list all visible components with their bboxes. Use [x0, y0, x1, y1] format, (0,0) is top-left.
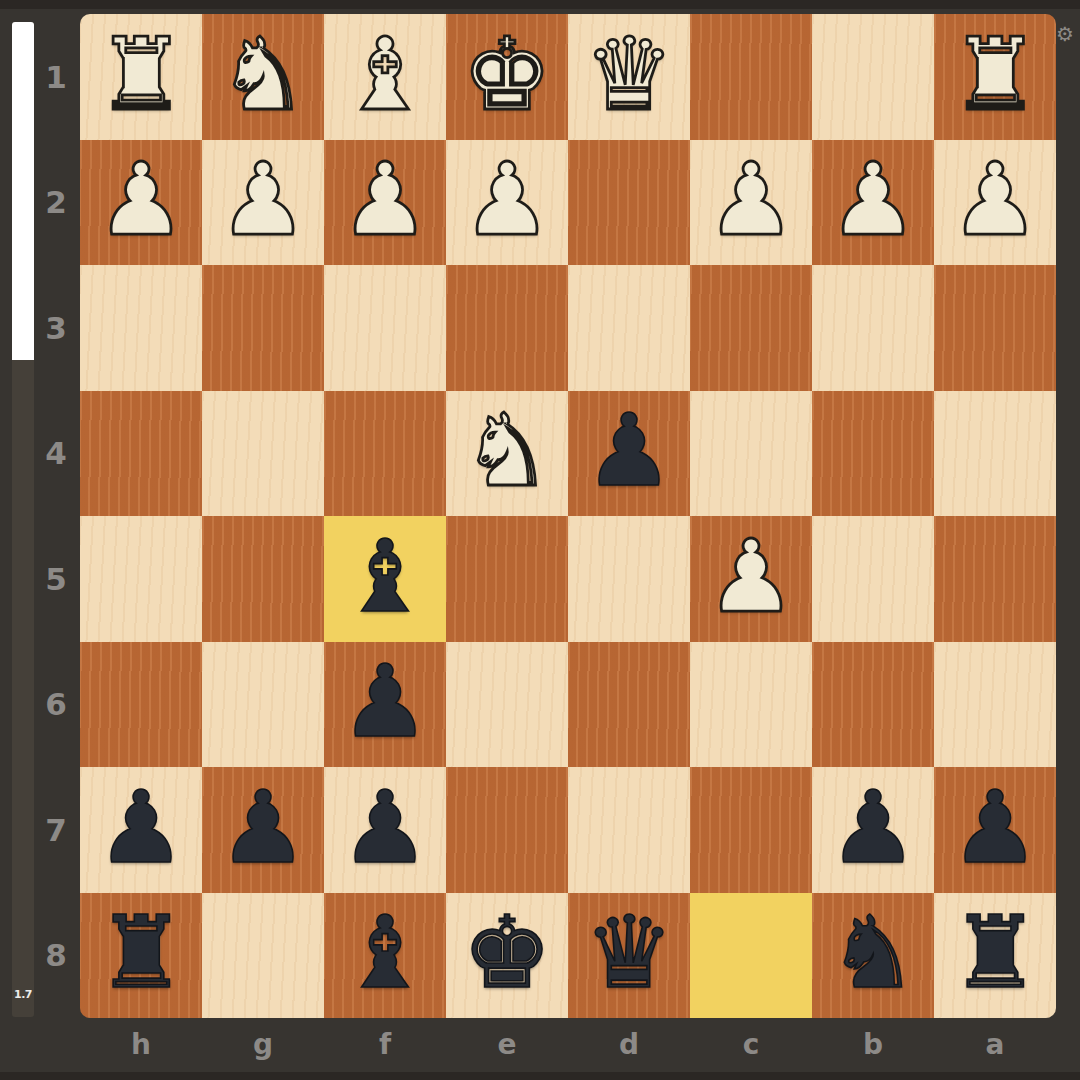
- square-b6[interactable]: [812, 642, 934, 768]
- top-strip: [0, 0, 1080, 9]
- square-c8[interactable]: [690, 893, 812, 1019]
- white-knight[interactable]: ♞: [218, 25, 308, 125]
- square-c5[interactable]: ♟: [690, 516, 812, 642]
- rank-label-8: 8: [36, 893, 76, 1019]
- square-g1[interactable]: ♞: [202, 14, 324, 140]
- rank-label-2: 2: [36, 140, 76, 266]
- evaluation-bar: [12, 22, 34, 1017]
- square-h8[interactable]: ♜: [80, 893, 202, 1019]
- square-c3[interactable]: [690, 265, 812, 391]
- white-knight[interactable]: ♞: [462, 401, 552, 501]
- square-e4[interactable]: ♞: [446, 391, 568, 517]
- evaluation-score: 1.7: [12, 988, 34, 1001]
- square-g5[interactable]: [202, 516, 324, 642]
- square-g3[interactable]: [202, 265, 324, 391]
- black-pawn[interactable]: ♟: [218, 778, 308, 878]
- square-a3[interactable]: [934, 265, 1056, 391]
- settings-gear-icon[interactable]: ⚙: [1056, 24, 1074, 44]
- square-b8[interactable]: ♞: [812, 893, 934, 1019]
- square-b5[interactable]: [812, 516, 934, 642]
- white-rook[interactable]: ♜: [950, 25, 1040, 125]
- square-g8[interactable]: [202, 893, 324, 1019]
- square-d4[interactable]: ♟: [568, 391, 690, 517]
- rank-label-5: 5: [36, 516, 76, 642]
- square-a5[interactable]: [934, 516, 1056, 642]
- square-f7[interactable]: ♟: [324, 767, 446, 893]
- rank-label-3: 3: [36, 265, 76, 391]
- square-d5[interactable]: [568, 516, 690, 642]
- square-h6[interactable]: [80, 642, 202, 768]
- square-f6[interactable]: ♟: [324, 642, 446, 768]
- square-e2[interactable]: ♟: [446, 140, 568, 266]
- square-f2[interactable]: ♟: [324, 140, 446, 266]
- square-c1[interactable]: [690, 14, 812, 140]
- square-h4[interactable]: [80, 391, 202, 517]
- file-label-f: f: [324, 1021, 446, 1067]
- square-h5[interactable]: [80, 516, 202, 642]
- file-label-h: h: [80, 1021, 202, 1067]
- rank-label-7: 7: [36, 767, 76, 893]
- square-a1[interactable]: ♜: [934, 14, 1056, 140]
- square-b7[interactable]: ♟: [812, 767, 934, 893]
- square-e3[interactable]: [446, 265, 568, 391]
- file-label-c: c: [690, 1021, 812, 1067]
- black-queen[interactable]: ♛: [584, 903, 674, 1003]
- square-d1[interactable]: ♛: [568, 14, 690, 140]
- black-bishop[interactable]: ♝: [340, 903, 430, 1003]
- rank-label-1: 1: [36, 14, 76, 140]
- white-king[interactable]: ♚: [462, 25, 552, 125]
- white-pawn[interactable]: ♟: [96, 150, 186, 250]
- square-d7[interactable]: [568, 767, 690, 893]
- square-g6[interactable]: [202, 642, 324, 768]
- file-label-g: g: [202, 1021, 324, 1067]
- square-f8[interactable]: ♝: [324, 893, 446, 1019]
- square-b1[interactable]: [812, 14, 934, 140]
- square-e8[interactable]: ♚: [446, 893, 568, 1019]
- black-pawn[interactable]: ♟: [584, 401, 674, 501]
- square-h3[interactable]: [80, 265, 202, 391]
- white-bishop[interactable]: ♝: [340, 25, 430, 125]
- white-pawn[interactable]: ♟: [462, 150, 552, 250]
- white-pawn[interactable]: ♟: [828, 150, 918, 250]
- square-e5[interactable]: [446, 516, 568, 642]
- square-g4[interactable]: [202, 391, 324, 517]
- square-a6[interactable]: [934, 642, 1056, 768]
- white-pawn[interactable]: ♟: [950, 150, 1040, 250]
- bottom-strip: [0, 1072, 1080, 1080]
- square-b4[interactable]: [812, 391, 934, 517]
- file-label-a: a: [934, 1021, 1056, 1067]
- square-h7[interactable]: ♟: [80, 767, 202, 893]
- white-pawn[interactable]: ♟: [706, 150, 796, 250]
- white-rook[interactable]: ♜: [96, 25, 186, 125]
- black-pawn[interactable]: ♟: [340, 778, 430, 878]
- black-rook[interactable]: ♜: [96, 903, 186, 1003]
- square-a2[interactable]: ♟: [934, 140, 1056, 266]
- black-rook[interactable]: ♜: [950, 903, 1040, 1003]
- chess-analysis-page: 1.7 12345678 ♜♞♝♚♛♜♟♟♟♟♟♟♟♞♟♝♟♟♟♟♟♟♟♜♝♚♛…: [0, 0, 1080, 1080]
- square-d8[interactable]: ♛: [568, 893, 690, 1019]
- black-bishop[interactable]: ♝: [340, 527, 430, 627]
- square-d3[interactable]: [568, 265, 690, 391]
- square-c7[interactable]: [690, 767, 812, 893]
- file-label-b: b: [812, 1021, 934, 1067]
- square-c2[interactable]: ♟: [690, 140, 812, 266]
- black-pawn[interactable]: ♟: [340, 652, 430, 752]
- square-f1[interactable]: ♝: [324, 14, 446, 140]
- black-pawn[interactable]: ♟: [96, 778, 186, 878]
- square-d6[interactable]: [568, 642, 690, 768]
- white-pawn[interactable]: ♟: [706, 527, 796, 627]
- square-b2[interactable]: ♟: [812, 140, 934, 266]
- square-a4[interactable]: [934, 391, 1056, 517]
- black-king[interactable]: ♚: [462, 903, 552, 1003]
- square-e7[interactable]: [446, 767, 568, 893]
- black-pawn[interactable]: ♟: [828, 778, 918, 878]
- square-f4[interactable]: [324, 391, 446, 517]
- square-f5[interactable]: ♝: [324, 516, 446, 642]
- square-h1[interactable]: ♜: [80, 14, 202, 140]
- rank-label-4: 4: [36, 391, 76, 517]
- chess-board[interactable]: ♜♞♝♚♛♜♟♟♟♟♟♟♟♞♟♝♟♟♟♟♟♟♟♜♝♚♛♞♜: [80, 14, 1056, 1018]
- square-c4[interactable]: [690, 391, 812, 517]
- square-h2[interactable]: ♟: [80, 140, 202, 266]
- rank-labels: 12345678: [36, 14, 76, 1018]
- square-b3[interactable]: [812, 265, 934, 391]
- file-label-d: d: [568, 1021, 690, 1067]
- square-d2[interactable]: [568, 140, 690, 266]
- square-a7[interactable]: ♟: [934, 767, 1056, 893]
- square-e1[interactable]: ♚: [446, 14, 568, 140]
- square-c6[interactable]: [690, 642, 812, 768]
- black-knight[interactable]: ♞: [828, 903, 918, 1003]
- white-pawn[interactable]: ♟: [340, 150, 430, 250]
- square-a8[interactable]: ♜: [934, 893, 1056, 1019]
- rank-label-6: 6: [36, 642, 76, 768]
- file-label-e: e: [446, 1021, 568, 1067]
- file-labels: hgfedcba: [80, 1021, 1056, 1067]
- black-pawn[interactable]: ♟: [950, 778, 1040, 878]
- square-g7[interactable]: ♟: [202, 767, 324, 893]
- white-pawn[interactable]: ♟: [218, 150, 308, 250]
- square-f3[interactable]: [324, 265, 446, 391]
- square-g2[interactable]: ♟: [202, 140, 324, 266]
- white-queen[interactable]: ♛: [584, 25, 674, 125]
- evaluation-bar-white-fill: [12, 22, 34, 360]
- square-e6[interactable]: [446, 642, 568, 768]
